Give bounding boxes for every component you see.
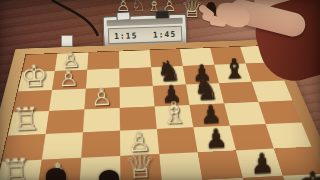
square-f1: ♖ (0, 160, 42, 180)
square-e8 (266, 122, 312, 148)
clock-display: 1:15 1:45 (108, 26, 183, 45)
square-e3 (81, 131, 120, 158)
black-pawn-g7: ♟ (258, 178, 285, 180)
square-f6 (198, 150, 243, 180)
clock-cable (38, 0, 108, 48)
captured-black-piece (46, 168, 66, 180)
square-b1: ♔ (18, 71, 55, 91)
square-c4 (119, 86, 154, 108)
white-rook-f1: ♖ (0, 154, 32, 180)
square-f5 (159, 152, 202, 180)
white-pawn-b2: ♙ (58, 67, 79, 90)
square-c2 (49, 89, 86, 111)
square-a3 (87, 51, 119, 69)
square-d5: ♗ (155, 105, 194, 129)
square-e5 (157, 127, 198, 154)
square-b2: ♙ (52, 70, 87, 90)
square-c8 (252, 80, 293, 101)
square-b7: ♝ (214, 63, 251, 83)
video-frame: ♙♘♗♙ ♕ 1:15 1:45 ♙♔♙♞♟♝♙♟♞♖♗♟♙♟♖♙♕♟♙♟♚ (0, 0, 320, 180)
black-bishop-b7: ♝ (222, 54, 248, 83)
black-time: 1:45 (153, 29, 177, 39)
clock-brand-strip (107, 18, 183, 27)
square-e2 (42, 132, 83, 159)
black-pawn-e6: ♟ (204, 125, 228, 152)
white-queen-f4: ♕ (124, 148, 156, 180)
square-d8 (258, 100, 301, 124)
square-a4 (119, 50, 151, 68)
black-king-g8: ♚ (295, 166, 320, 180)
square-e6: ♟ (193, 126, 236, 153)
chess-board-wrap: ♙♔♙♞♟♝♙♟♞♖♗♟♙♟♖♙♕♟♙♟♚ (2, 44, 302, 180)
black-pawn-f7: ♟ (250, 149, 275, 177)
square-c3: ♙ (84, 87, 119, 109)
square-f4: ♕ (120, 154, 161, 180)
square-d3 (83, 108, 120, 132)
white-time: 1:15 (114, 31, 138, 41)
white-king-b1: ♔ (20, 60, 49, 91)
square-d1: ♖ (8, 111, 49, 136)
square-d2 (46, 109, 85, 134)
square-g8: ♚ (283, 174, 320, 180)
white-rook-d1: ♖ (11, 103, 41, 135)
square-d7 (224, 102, 266, 126)
white-pawn-c3: ♙ (90, 85, 112, 109)
square-b4 (119, 67, 153, 87)
white-bishop-d5: ♗ (160, 97, 189, 129)
captured-white-piece: ♘ (131, 0, 145, 15)
